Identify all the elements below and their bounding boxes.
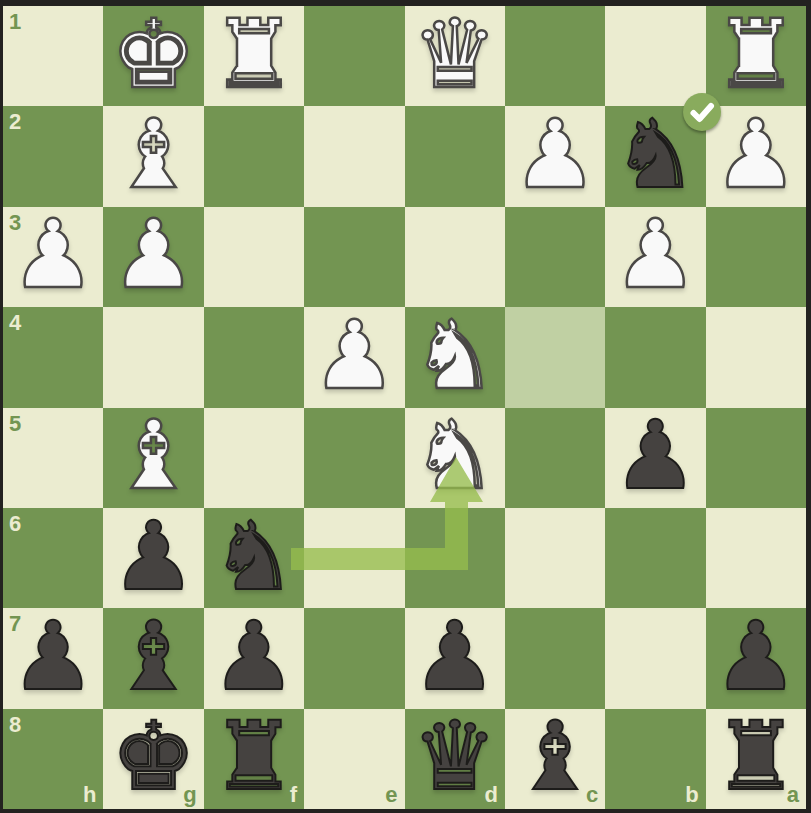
square-c2[interactable]: ♟ bbox=[505, 106, 605, 206]
square-f7[interactable]: ♟ bbox=[204, 608, 304, 708]
chess-board: 1♚♜♛♜2♝♟♞♟3♟♟♟4♟♞5♝♞♟6♟♞7♟♝♟♟♟8hg♚f♜ed♛c… bbox=[3, 6, 806, 809]
white-rook-f1[interactable]: ♜ bbox=[211, 7, 296, 102]
square-f1[interactable]: ♜ bbox=[204, 6, 304, 106]
square-f8[interactable]: f♜ bbox=[204, 709, 304, 809]
square-f4[interactable] bbox=[204, 307, 304, 407]
square-h1[interactable]: 1 bbox=[3, 6, 103, 106]
square-b1[interactable] bbox=[605, 6, 705, 106]
black-rook-f8[interactable]: ♜ bbox=[211, 709, 296, 804]
square-g1[interactable]: ♚ bbox=[103, 6, 203, 106]
square-c6[interactable] bbox=[505, 508, 605, 608]
white-king-g1[interactable]: ♚ bbox=[111, 7, 196, 102]
square-h6[interactable]: 6 bbox=[3, 508, 103, 608]
square-g7[interactable]: ♝ bbox=[103, 608, 203, 708]
square-e5[interactable] bbox=[304, 408, 404, 508]
square-e4[interactable]: ♟ bbox=[304, 307, 404, 407]
file-label-b: b bbox=[685, 784, 698, 806]
file-label-d: d bbox=[484, 784, 497, 806]
square-b8[interactable]: b bbox=[605, 709, 705, 809]
white-pawn-a2[interactable]: ♟ bbox=[713, 107, 798, 202]
rank-label-2: 2 bbox=[9, 111, 21, 133]
black-pawn-h7[interactable]: ♟ bbox=[11, 609, 96, 704]
white-bishop-g5[interactable]: ♝ bbox=[111, 408, 196, 503]
square-a4[interactable] bbox=[706, 307, 806, 407]
black-pawn-d7[interactable]: ♟ bbox=[412, 609, 497, 704]
rank-label-6: 6 bbox=[9, 513, 21, 535]
black-knight-f6[interactable]: ♞ bbox=[211, 509, 296, 604]
black-pawn-f7[interactable]: ♟ bbox=[211, 609, 296, 704]
square-d3[interactable] bbox=[405, 207, 505, 307]
square-g5[interactable]: ♝ bbox=[103, 408, 203, 508]
square-b4[interactable] bbox=[605, 307, 705, 407]
square-b5[interactable]: ♟ bbox=[605, 408, 705, 508]
white-pawn-h3[interactable]: ♟ bbox=[11, 207, 96, 302]
white-pawn-g3[interactable]: ♟ bbox=[111, 207, 196, 302]
rank-label-3: 3 bbox=[9, 212, 21, 234]
square-h5[interactable]: 5 bbox=[3, 408, 103, 508]
square-d7[interactable]: ♟ bbox=[405, 608, 505, 708]
square-g3[interactable]: ♟ bbox=[103, 207, 203, 307]
file-label-c: c bbox=[586, 784, 598, 806]
square-a7[interactable]: ♟ bbox=[706, 608, 806, 708]
white-bishop-g2[interactable]: ♝ bbox=[111, 107, 196, 202]
rank-label-5: 5 bbox=[9, 413, 21, 435]
square-e7[interactable] bbox=[304, 608, 404, 708]
white-pawn-b3[interactable]: ♟ bbox=[613, 207, 698, 302]
square-b6[interactable] bbox=[605, 508, 705, 608]
black-pawn-b5[interactable]: ♟ bbox=[613, 408, 698, 503]
square-d1[interactable]: ♛ bbox=[405, 6, 505, 106]
square-d4[interactable]: ♞ bbox=[405, 307, 505, 407]
square-h7[interactable]: 7♟ bbox=[3, 608, 103, 708]
square-b7[interactable] bbox=[605, 608, 705, 708]
square-d2[interactable] bbox=[405, 106, 505, 206]
square-g4[interactable] bbox=[103, 307, 203, 407]
square-h8[interactable]: 8h bbox=[3, 709, 103, 809]
square-c7[interactable] bbox=[505, 608, 605, 708]
black-pawn-a7[interactable]: ♟ bbox=[713, 609, 798, 704]
square-d8[interactable]: d♛ bbox=[405, 709, 505, 809]
black-rook-a8[interactable]: ♜ bbox=[713, 709, 798, 804]
square-h3[interactable]: 3♟ bbox=[3, 207, 103, 307]
white-knight-d4[interactable]: ♞ bbox=[412, 308, 497, 403]
black-bishop-g7[interactable]: ♝ bbox=[111, 609, 196, 704]
square-a8[interactable]: a♜ bbox=[706, 709, 806, 809]
square-b3[interactable]: ♟ bbox=[605, 207, 705, 307]
square-g2[interactable]: ♝ bbox=[103, 106, 203, 206]
square-f2[interactable] bbox=[204, 106, 304, 206]
white-knight-d5[interactable]: ♞ bbox=[412, 408, 497, 503]
square-f6[interactable]: ♞ bbox=[204, 508, 304, 608]
square-a6[interactable] bbox=[706, 508, 806, 608]
square-c4-highlighted[interactable] bbox=[505, 307, 605, 407]
file-label-h: h bbox=[83, 784, 96, 806]
square-h2[interactable]: 2 bbox=[3, 106, 103, 206]
square-a1[interactable]: ♜ bbox=[706, 6, 806, 106]
white-rook-a1[interactable]: ♜ bbox=[713, 7, 798, 102]
square-c5[interactable] bbox=[505, 408, 605, 508]
square-d5[interactable]: ♞ bbox=[405, 408, 505, 508]
white-queen-d1[interactable]: ♛ bbox=[412, 7, 497, 102]
black-pawn-g6[interactable]: ♟ bbox=[111, 509, 196, 604]
black-bishop-c8[interactable]: ♝ bbox=[512, 709, 597, 804]
square-e3[interactable] bbox=[304, 207, 404, 307]
square-f5[interactable] bbox=[204, 408, 304, 508]
square-g8[interactable]: g♚ bbox=[103, 709, 203, 809]
file-label-a: a bbox=[787, 784, 799, 806]
square-e8[interactable]: e bbox=[304, 709, 404, 809]
file-label-f: f bbox=[290, 784, 297, 806]
square-e2[interactable] bbox=[304, 106, 404, 206]
rank-label-4: 4 bbox=[9, 312, 21, 334]
rank-label-8: 8 bbox=[9, 714, 21, 736]
rank-label-1: 1 bbox=[9, 11, 21, 33]
square-g6[interactable]: ♟ bbox=[103, 508, 203, 608]
file-label-e: e bbox=[385, 784, 397, 806]
file-label-g: g bbox=[183, 784, 196, 806]
rank-label-7: 7 bbox=[9, 613, 21, 635]
square-c8[interactable]: c♝ bbox=[505, 709, 605, 809]
square-d6[interactable] bbox=[405, 508, 505, 608]
square-c3[interactable] bbox=[505, 207, 605, 307]
square-h4[interactable]: 4 bbox=[3, 307, 103, 407]
correct-move-check-badge bbox=[683, 93, 721, 131]
square-e1[interactable] bbox=[304, 6, 404, 106]
check-icon bbox=[683, 93, 721, 131]
square-a3[interactable] bbox=[706, 207, 806, 307]
white-pawn-c2[interactable]: ♟ bbox=[512, 107, 597, 202]
square-a5[interactable] bbox=[706, 408, 806, 508]
square-f3[interactable] bbox=[204, 207, 304, 307]
white-pawn-e4[interactable]: ♟ bbox=[312, 308, 397, 403]
square-c1[interactable] bbox=[505, 6, 605, 106]
square-e6[interactable] bbox=[304, 508, 404, 608]
